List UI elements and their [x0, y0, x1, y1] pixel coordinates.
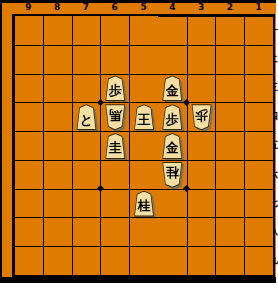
square-9八[interactable]: [14, 217, 43, 246]
piece-face: 金: [162, 76, 183, 100]
file-label-8: 8: [43, 2, 72, 13]
square-6七[interactable]: [100, 189, 129, 218]
piece-kanji: 桂: [166, 166, 179, 183]
square-7二[interactable]: [72, 45, 101, 74]
piece-gold-up[interactable]: 金: [161, 75, 184, 101]
piece-face: 歩: [162, 105, 183, 129]
shogi-app-window: 9 8 7 6 5 4 3 2 1 一 二 三 四 五 六 七 八 九 歩金と馬…: [0, 0, 278, 288]
square-2七[interactable]: [215, 189, 244, 218]
square-9七[interactable]: [14, 189, 43, 218]
piece-promoted-pawn-up[interactable]: と: [75, 104, 98, 130]
square-3九[interactable]: [187, 246, 216, 275]
square-7九[interactable]: [72, 246, 101, 275]
square-4四[interactable]: 歩: [158, 102, 187, 131]
piece-face: 歩: [105, 76, 126, 100]
square-4七[interactable]: [158, 189, 187, 218]
shogi-board-grid: 歩金と馬王歩歩圭金桂桂: [12, 14, 275, 277]
square-3一[interactable]: [187, 16, 216, 45]
square-5二[interactable]: [129, 45, 158, 74]
square-2五[interactable]: [215, 131, 244, 160]
piece-knight-up[interactable]: 桂: [132, 191, 155, 217]
square-8九[interactable]: [43, 246, 72, 275]
square-4六[interactable]: 桂: [158, 160, 187, 189]
window-bottom-edge: [0, 277, 276, 283]
square-9九[interactable]: [14, 246, 43, 275]
square-9五[interactable]: [14, 131, 43, 160]
square-6三[interactable]: 歩: [100, 74, 129, 103]
piece-kanji: 金: [166, 137, 179, 154]
square-5八[interactable]: [129, 217, 158, 246]
square-1六[interactable]: [244, 160, 273, 189]
square-9二[interactable]: [14, 45, 43, 74]
square-3六[interactable]: [187, 160, 216, 189]
piece-kanji: 歩: [166, 109, 179, 126]
square-5五[interactable]: [129, 131, 158, 160]
square-3三[interactable]: [187, 74, 216, 103]
piece-face: と: [76, 105, 97, 129]
piece-kanji: 歩: [195, 109, 208, 126]
square-2二[interactable]: [215, 45, 244, 74]
square-7三[interactable]: [72, 74, 101, 103]
file-label-2: 2: [215, 2, 244, 13]
piece-face: 桂: [162, 163, 183, 187]
piece-face: 馬: [105, 105, 126, 129]
file-label-5: 5: [129, 2, 158, 13]
square-2九[interactable]: [215, 246, 244, 275]
piece-face: 王: [133, 105, 154, 129]
square-1五[interactable]: [244, 131, 273, 160]
square-4九[interactable]: [158, 246, 187, 275]
piece-kanji: 圭: [109, 137, 122, 154]
square-2三[interactable]: [215, 74, 244, 103]
square-8七[interactable]: [43, 189, 72, 218]
square-9六[interactable]: [14, 160, 43, 189]
piece-promoted-knight-up[interactable]: 圭: [104, 133, 127, 159]
square-5六[interactable]: [129, 160, 158, 189]
square-8八[interactable]: [43, 217, 72, 246]
file-label-3: 3: [187, 2, 216, 13]
square-5一[interactable]: [129, 16, 158, 45]
square-7一[interactable]: [72, 16, 101, 45]
square-6六[interactable]: [100, 160, 129, 189]
piece-face: 圭: [105, 134, 126, 158]
square-8一[interactable]: [43, 16, 72, 45]
square-1七[interactable]: [244, 189, 273, 218]
file-label-7: 7: [72, 2, 101, 13]
square-9一[interactable]: [14, 16, 43, 45]
piece-pawn-up[interactable]: 歩: [161, 104, 184, 130]
square-4五[interactable]: 金: [158, 131, 187, 160]
square-6八[interactable]: [100, 217, 129, 246]
square-5九[interactable]: [129, 246, 158, 275]
square-1四[interactable]: [244, 102, 273, 131]
piece-face: 桂: [133, 192, 154, 216]
piece-face: 金: [162, 134, 183, 158]
piece-kanji: 桂: [137, 195, 150, 212]
file-label-4: 4: [158, 2, 187, 13]
square-5三[interactable]: [129, 74, 158, 103]
square-7七[interactable]: [72, 189, 101, 218]
square-7六[interactable]: [72, 160, 101, 189]
square-5七[interactable]: 桂: [129, 189, 158, 218]
square-3四[interactable]: 歩: [187, 102, 216, 131]
piece-promoted-bishop-down[interactable]: 馬: [104, 104, 127, 130]
square-8四[interactable]: [43, 102, 72, 131]
piece-king-up[interactable]: 王: [132, 104, 155, 130]
square-8三[interactable]: [43, 74, 72, 103]
square-7四[interactable]: と: [72, 102, 101, 131]
square-7八[interactable]: [72, 217, 101, 246]
piece-knight-down[interactable]: 桂: [161, 162, 184, 188]
square-2一[interactable]: [215, 16, 244, 45]
square-7五[interactable]: [72, 131, 101, 160]
square-3七[interactable]: [187, 189, 216, 218]
square-6一[interactable]: [100, 16, 129, 45]
piece-kanji: 馬: [109, 109, 122, 126]
square-4八[interactable]: [158, 217, 187, 246]
square-3八[interactable]: [187, 217, 216, 246]
window-left-edge: [0, 0, 2, 277]
piece-pawn-up[interactable]: 歩: [104, 75, 127, 101]
square-4三[interactable]: 金: [158, 74, 187, 103]
square-6九[interactable]: [100, 246, 129, 275]
square-6五[interactable]: 圭: [100, 131, 129, 160]
piece-kanji: と: [80, 109, 93, 126]
square-1二[interactable]: [244, 45, 273, 74]
square-8二[interactable]: [43, 45, 72, 74]
square-8六[interactable]: [43, 160, 72, 189]
square-4一[interactable]: [158, 16, 187, 45]
square-6二[interactable]: [100, 45, 129, 74]
square-9四[interactable]: [14, 102, 43, 131]
square-6四[interactable]: 馬: [100, 102, 129, 131]
square-9三[interactable]: [14, 74, 43, 103]
square-2八[interactable]: [215, 217, 244, 246]
square-1八[interactable]: [244, 217, 273, 246]
file-labels: 9 8 7 6 5 4 3 2 1: [14, 2, 273, 13]
piece-gold-up[interactable]: 金: [161, 133, 184, 159]
square-2六[interactable]: [215, 160, 244, 189]
square-4二[interactable]: [158, 45, 187, 74]
square-3五[interactable]: [187, 131, 216, 160]
file-label-6: 6: [100, 2, 129, 13]
file-label-9: 9: [14, 2, 43, 13]
square-1九[interactable]: [244, 246, 273, 275]
square-2四[interactable]: [215, 102, 244, 131]
piece-kanji: 金: [166, 80, 179, 97]
piece-face: 歩: [191, 105, 212, 129]
piece-pawn-down[interactable]: 歩: [190, 104, 213, 130]
file-label-1: 1: [244, 2, 273, 13]
piece-kanji: 歩: [109, 80, 122, 97]
square-1一[interactable]: [244, 16, 273, 45]
square-8五[interactable]: [43, 131, 72, 160]
square-5四[interactable]: 王: [129, 102, 158, 131]
square-1三[interactable]: [244, 74, 273, 103]
square-3二[interactable]: [187, 45, 216, 74]
piece-kanji: 王: [137, 109, 150, 126]
